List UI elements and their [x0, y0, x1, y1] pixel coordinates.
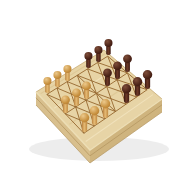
peg-head [83, 52, 91, 60]
peg-head [104, 39, 112, 47]
peg-head [142, 70, 151, 79]
peg-head [43, 77, 51, 85]
peg-head [79, 113, 88, 122]
peg-head [94, 45, 102, 53]
peg-head [132, 77, 141, 86]
peg-body [45, 84, 50, 94]
peg-head [123, 54, 132, 63]
product-photo-scene [0, 0, 184, 184]
peg-head [63, 64, 71, 72]
peg-head [61, 95, 70, 104]
peg-head [90, 106, 99, 115]
peg-head [100, 99, 109, 108]
peg-head [82, 82, 91, 91]
peg-head [53, 71, 61, 79]
peg-head [121, 84, 130, 93]
peg-head [102, 68, 111, 77]
peg-head [71, 88, 80, 97]
peg-head [113, 61, 122, 70]
